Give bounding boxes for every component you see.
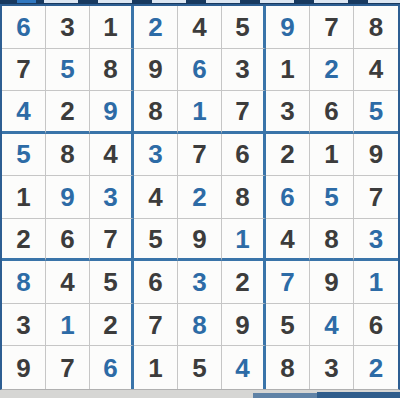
cell-r7c4[interactable]: 6 (134, 261, 178, 304)
cell-r3c8[interactable]: 6 (310, 91, 354, 134)
cell-r6c1[interactable]: 2 (2, 219, 46, 262)
cell-r1c7[interactable]: 9 (266, 6, 310, 49)
cell-r9c1[interactable]: 9 (2, 346, 46, 389)
top-ui-fragment-soft (314, 0, 348, 3)
cell-r2c3[interactable]: 8 (90, 49, 134, 92)
cell-r7c1[interactable]: 8 (2, 261, 46, 304)
cell-r1c2[interactable]: 3 (46, 6, 90, 49)
cell-r6c4[interactable]: 5 (134, 219, 178, 262)
cell-r5c9[interactable]: 7 (354, 176, 398, 219)
cell-r8c1[interactable]: 3 (2, 304, 46, 347)
cell-r7c2[interactable]: 4 (46, 261, 90, 304)
cell-r2c6[interactable]: 3 (222, 49, 266, 92)
cell-r2c1[interactable]: 7 (2, 49, 46, 92)
cell-r4c3[interactable]: 4 (90, 134, 134, 177)
cell-r5c2[interactable]: 9 (46, 176, 90, 219)
cell-r3c1[interactable]: 4 (2, 91, 46, 134)
sudoku-app: 6312459787589631244298173655843762191934… (0, 0, 400, 398)
cell-r4c1[interactable]: 5 (2, 134, 46, 177)
bottom-ui-fragment-light (253, 393, 317, 398)
sudoku-board: 6312459787589631244298173655843762191934… (0, 4, 400, 390)
cell-r9c4[interactable]: 1 (134, 346, 178, 389)
cell-r8c8[interactable]: 4 (310, 304, 354, 347)
cell-r7c3[interactable]: 5 (90, 261, 134, 304)
cell-r1c1[interactable]: 6 (2, 6, 46, 49)
cell-r6c7[interactable]: 4 (266, 219, 310, 262)
cell-r2c5[interactable]: 6 (178, 49, 222, 92)
cell-r9c5[interactable]: 5 (178, 346, 222, 389)
cell-r5c5[interactable]: 2 (178, 176, 222, 219)
cell-r8c9[interactable]: 6 (354, 304, 398, 347)
cell-r8c3[interactable]: 2 (90, 304, 134, 347)
cell-r3c7[interactable]: 3 (266, 91, 310, 134)
cell-r7c6[interactable]: 2 (222, 261, 266, 304)
cell-r9c3[interactable]: 6 (90, 346, 134, 389)
cell-r9c2[interactable]: 7 (46, 346, 90, 389)
cell-r1c8[interactable]: 7 (310, 6, 354, 49)
cell-r4c4[interactable]: 3 (134, 134, 178, 177)
cell-r6c9[interactable]: 3 (354, 219, 398, 262)
top-ui-fragment-soft (260, 0, 294, 3)
cell-r4c9[interactable]: 9 (354, 134, 398, 177)
cell-r5c7[interactable]: 6 (266, 176, 310, 219)
cell-r2c4[interactable]: 9 (134, 49, 178, 92)
cell-r7c8[interactable]: 9 (310, 261, 354, 304)
cell-r3c6[interactable]: 7 (222, 91, 266, 134)
top-ui-fragment-soft (152, 0, 186, 3)
cell-r2c8[interactable]: 2 (310, 49, 354, 92)
bottom-cropped-ui-strip (0, 390, 400, 398)
cell-r7c5[interactable]: 3 (178, 261, 222, 304)
cell-r8c4[interactable]: 7 (134, 304, 178, 347)
cell-r8c7[interactable]: 5 (266, 304, 310, 347)
cell-r4c8[interactable]: 1 (310, 134, 354, 177)
cell-r8c2[interactable]: 1 (46, 304, 90, 347)
cell-r3c4[interactable]: 8 (134, 91, 178, 134)
cell-r6c6[interactable]: 1 (222, 219, 266, 262)
cell-r4c6[interactable]: 6 (222, 134, 266, 177)
cell-r9c7[interactable]: 8 (266, 346, 310, 389)
bottom-ui-fragment-dark (317, 392, 400, 398)
cell-r1c5[interactable]: 4 (178, 6, 222, 49)
cell-r9c6[interactable]: 4 (222, 346, 266, 389)
cell-r6c2[interactable]: 6 (46, 219, 90, 262)
cell-r5c4[interactable]: 4 (134, 176, 178, 219)
cell-r8c6[interactable]: 9 (222, 304, 266, 347)
cell-r1c3[interactable]: 1 (90, 6, 134, 49)
cell-r2c9[interactable]: 4 (354, 49, 398, 92)
cell-r1c9[interactable]: 8 (354, 6, 398, 49)
cell-r3c2[interactable]: 2 (46, 91, 90, 134)
cell-r5c3[interactable]: 3 (90, 176, 134, 219)
cell-r4c2[interactable]: 8 (46, 134, 90, 177)
top-ui-fragment-soft (98, 0, 132, 3)
cell-r5c6[interactable]: 8 (222, 176, 266, 219)
top-ui-fragment-soft (44, 0, 78, 3)
cell-r4c7[interactable]: 2 (266, 134, 310, 177)
cell-r8c5[interactable]: 8 (178, 304, 222, 347)
cell-r3c9[interactable]: 5 (354, 91, 398, 134)
top-ui-fragment (17, 0, 36, 3)
cell-r7c7[interactable]: 7 (266, 261, 310, 304)
cell-r4c5[interactable]: 7 (178, 134, 222, 177)
cell-r6c8[interactable]: 8 (310, 219, 354, 262)
cell-r5c8[interactable]: 5 (310, 176, 354, 219)
cell-r2c7[interactable]: 1 (266, 49, 310, 92)
cell-r1c4[interactable]: 2 (134, 6, 178, 49)
top-ui-fragment-soft (368, 0, 400, 3)
cell-r6c5[interactable]: 9 (178, 219, 222, 262)
cell-r3c3[interactable]: 9 (90, 91, 134, 134)
cell-r6c3[interactable]: 7 (90, 219, 134, 262)
cell-r9c9[interactable]: 2 (354, 346, 398, 389)
cell-r5c1[interactable]: 1 (2, 176, 46, 219)
cell-r2c2[interactable]: 5 (46, 49, 90, 92)
cell-r9c8[interactable]: 3 (310, 346, 354, 389)
cell-r1c6[interactable]: 5 (222, 6, 266, 49)
top-ui-fragment-soft (206, 0, 240, 3)
cell-r7c9[interactable]: 1 (354, 261, 398, 304)
cell-r3c5[interactable]: 1 (178, 91, 222, 134)
